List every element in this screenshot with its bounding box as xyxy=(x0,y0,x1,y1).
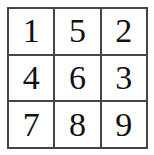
grid-cell-r2c3: 3 xyxy=(102,56,146,101)
grid-cell-r1c1: 1 xyxy=(9,9,53,54)
grid-cell-r3c2: 8 xyxy=(55,102,99,147)
grid-cell-r2c2: 6 xyxy=(55,56,99,101)
grid-cell-r1c3: 2 xyxy=(102,9,146,54)
grid-cell-r3c3: 9 xyxy=(102,102,146,147)
number-grid-board: 152463789 xyxy=(7,7,148,149)
grid-cell-r3c1: 7 xyxy=(9,102,53,147)
grid-cell-r1c2: 5 xyxy=(55,9,99,54)
grid-cell-r2c1: 4 xyxy=(9,56,53,101)
